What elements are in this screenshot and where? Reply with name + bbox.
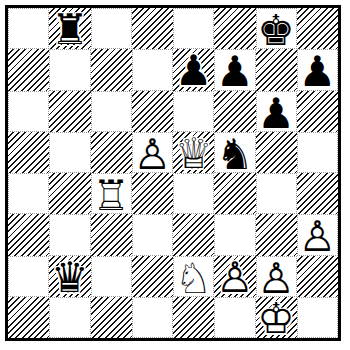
square-g6[interactable]: ♟♟ bbox=[256, 91, 297, 132]
square-e6[interactable] bbox=[173, 91, 214, 132]
square-g4[interactable] bbox=[256, 173, 297, 214]
square-a6[interactable] bbox=[8, 91, 49, 132]
white-pawn[interactable]: ♟♙ bbox=[257, 257, 296, 296]
black-rook-glyph: ♜ bbox=[51, 9, 89, 51]
square-e5[interactable]: ♛♕ bbox=[173, 132, 214, 173]
white-king[interactable]: ♚♔ bbox=[256, 297, 297, 338]
black-pawn-glyph: ♟ bbox=[299, 51, 337, 93]
black-pawn-glyph: ♟ bbox=[175, 50, 213, 92]
square-a7[interactable] bbox=[8, 49, 49, 90]
page: { "game": "chess", "position": { "fen": … bbox=[0, 0, 350, 350]
square-d1[interactable] bbox=[132, 297, 173, 338]
square-c2[interactable] bbox=[91, 256, 132, 297]
square-b4[interactable] bbox=[49, 173, 90, 214]
square-g8[interactable]: ♚♚ bbox=[256, 8, 297, 49]
square-d7[interactable] bbox=[132, 49, 173, 90]
square-a4[interactable] bbox=[8, 173, 49, 214]
white-pawn-glyph: ♙ bbox=[216, 257, 254, 299]
square-f1[interactable] bbox=[214, 297, 255, 338]
square-h6[interactable] bbox=[297, 91, 338, 132]
square-h7[interactable]: ♟♟ bbox=[297, 49, 338, 90]
black-rook[interactable]: ♜♜ bbox=[49, 8, 90, 49]
square-c6[interactable] bbox=[91, 91, 132, 132]
white-pawn-glyph: ♙ bbox=[134, 134, 172, 176]
square-b5[interactable] bbox=[49, 132, 90, 173]
square-f3[interactable] bbox=[214, 214, 255, 255]
white-knight-glyph: ♘ bbox=[175, 258, 213, 300]
square-g2[interactable]: ♟♙ bbox=[256, 256, 297, 297]
chess-diagram: ♜♜♚♚♟♟♟♟♟♟♟♟♟♙♛♕♞♞♜♖♟♙♛♛♞♘♟♙♟♙♚♔ bbox=[5, 5, 341, 341]
square-d8[interactable] bbox=[132, 8, 173, 49]
white-pawn-glyph: ♙ bbox=[299, 216, 337, 258]
square-d6[interactable] bbox=[132, 91, 173, 132]
square-h3[interactable]: ♟♙ bbox=[297, 214, 338, 255]
chess-board: ♜♜♚♚♟♟♟♟♟♟♟♟♟♙♛♕♞♞♜♖♟♙♛♛♞♘♟♙♟♙♚♔ bbox=[5, 5, 341, 341]
square-d4[interactable] bbox=[132, 173, 173, 214]
square-b3[interactable] bbox=[49, 214, 90, 255]
white-knight[interactable]: ♞♘ bbox=[174, 257, 213, 296]
square-g1[interactable]: ♚♔ bbox=[256, 297, 297, 338]
square-a5[interactable] bbox=[8, 132, 49, 173]
square-h4[interactable] bbox=[297, 173, 338, 214]
square-h1[interactable] bbox=[297, 297, 338, 338]
black-queen-glyph: ♛ bbox=[51, 257, 89, 299]
square-a8[interactable] bbox=[8, 8, 49, 49]
black-king-glyph: ♚ bbox=[257, 10, 295, 52]
white-pawn[interactable]: ♟♙ bbox=[133, 133, 172, 172]
white-king-glyph: ♔ bbox=[257, 298, 295, 340]
square-e4[interactable] bbox=[173, 173, 214, 214]
white-pawn[interactable]: ♟♙ bbox=[298, 215, 337, 254]
square-a2[interactable] bbox=[8, 256, 49, 297]
white-queen-glyph: ♕ bbox=[175, 133, 213, 175]
square-g3[interactable] bbox=[256, 214, 297, 255]
square-c5[interactable] bbox=[91, 132, 132, 173]
square-e3[interactable] bbox=[173, 214, 214, 255]
square-h5[interactable] bbox=[297, 132, 338, 173]
square-b7[interactable] bbox=[49, 49, 90, 90]
black-queen[interactable]: ♛♛ bbox=[49, 256, 90, 297]
square-b1[interactable] bbox=[49, 297, 90, 338]
black-knight[interactable]: ♞♞ bbox=[215, 133, 254, 172]
square-b2[interactable]: ♛♛ bbox=[49, 256, 90, 297]
square-e1[interactable] bbox=[173, 297, 214, 338]
square-h2[interactable] bbox=[297, 256, 338, 297]
black-king[interactable]: ♚♚ bbox=[257, 9, 296, 48]
square-c7[interactable] bbox=[91, 49, 132, 90]
white-rook[interactable]: ♜♖ bbox=[92, 174, 131, 213]
square-e7[interactable]: ♟♟ bbox=[173, 49, 214, 90]
black-pawn[interactable]: ♟♟ bbox=[257, 92, 296, 131]
square-e2[interactable]: ♞♘ bbox=[173, 256, 214, 297]
black-pawn-glyph: ♟ bbox=[216, 51, 254, 93]
black-pawn[interactable]: ♟♟ bbox=[215, 50, 254, 89]
square-a1[interactable] bbox=[8, 297, 49, 338]
square-h8[interactable] bbox=[297, 8, 338, 49]
square-f8[interactable] bbox=[214, 8, 255, 49]
black-pawn[interactable]: ♟♟ bbox=[298, 50, 337, 89]
square-c1[interactable] bbox=[91, 297, 132, 338]
square-f6[interactable] bbox=[214, 91, 255, 132]
square-c4[interactable]: ♜♖ bbox=[91, 173, 132, 214]
black-knight-glyph: ♞ bbox=[216, 134, 254, 176]
black-pawn[interactable]: ♟♟ bbox=[173, 49, 214, 90]
square-d5[interactable]: ♟♙ bbox=[132, 132, 173, 173]
square-f4[interactable] bbox=[214, 173, 255, 214]
square-c3[interactable] bbox=[91, 214, 132, 255]
square-b6[interactable] bbox=[49, 91, 90, 132]
square-d2[interactable] bbox=[132, 256, 173, 297]
white-rook-glyph: ♖ bbox=[92, 175, 130, 217]
square-g7[interactable] bbox=[256, 49, 297, 90]
square-b8[interactable]: ♜♜ bbox=[49, 8, 90, 49]
square-a3[interactable] bbox=[8, 214, 49, 255]
black-pawn-glyph: ♟ bbox=[257, 93, 295, 135]
square-f5[interactable]: ♞♞ bbox=[214, 132, 255, 173]
square-f2[interactable]: ♟♙ bbox=[214, 256, 255, 297]
square-c8[interactable] bbox=[91, 8, 132, 49]
square-e8[interactable] bbox=[173, 8, 214, 49]
white-queen[interactable]: ♛♕ bbox=[173, 132, 214, 173]
square-f7[interactable]: ♟♟ bbox=[214, 49, 255, 90]
white-pawn[interactable]: ♟♙ bbox=[214, 256, 255, 297]
square-d3[interactable] bbox=[132, 214, 173, 255]
square-g5[interactable] bbox=[256, 132, 297, 173]
